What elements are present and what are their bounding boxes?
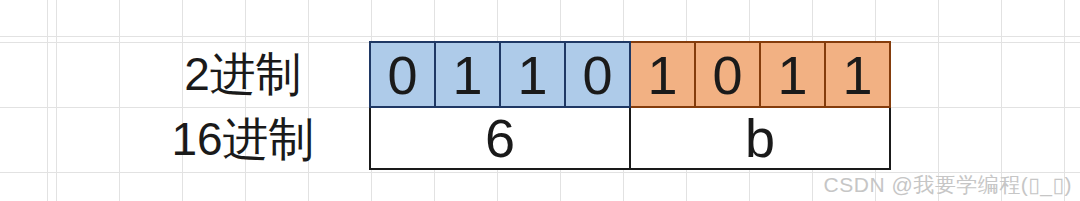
bit-cell: 0 bbox=[695, 42, 760, 107]
binary-bits-row: 0 1 1 0 1 0 1 1 bbox=[370, 42, 890, 107]
conversion-table: 0 1 1 0 1 0 1 1 6 b bbox=[369, 41, 891, 170]
bit-cell: 1 bbox=[760, 42, 825, 107]
binary-hex-diagram: 2进制 16进制 0 1 1 0 1 0 1 1 6 b CSDN @我要学编程… bbox=[0, 0, 1080, 201]
bit-cell: 1 bbox=[500, 42, 565, 107]
bit-cell: 0 bbox=[565, 42, 630, 107]
bit-cell: 1 bbox=[825, 42, 890, 107]
hex-digits-row: 6 b bbox=[370, 107, 890, 169]
bit-cell: 1 bbox=[630, 42, 695, 107]
hex-digit-cell: b bbox=[630, 107, 890, 169]
binary-row-label: 2进制 bbox=[110, 42, 376, 108]
hex-row-label: 16进制 bbox=[110, 107, 376, 172]
bit-cell: 0 bbox=[370, 42, 435, 107]
bit-cell: 1 bbox=[435, 42, 500, 107]
csdn-watermark: CSDN @我要学编程(▯_▯) bbox=[824, 171, 1072, 199]
hex-digit-cell: 6 bbox=[370, 107, 630, 169]
